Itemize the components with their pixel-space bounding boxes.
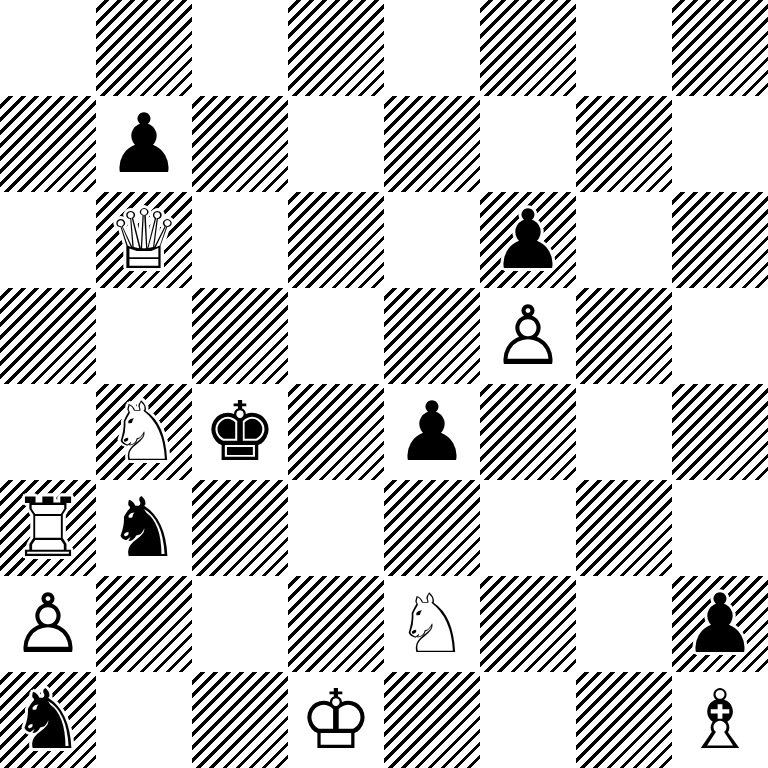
piece-black-knight-a1[interactable]: ♞: [0, 672, 96, 768]
square-d5[interactable]: [288, 288, 384, 384]
chess-board: ♟♛♕♟♟♙♞♘♚♟♜♖♞♟♙♞♘♟♞♚♔♝♗: [0, 0, 768, 768]
piece-white-pawn-f5[interactable]: ♟♙: [480, 288, 576, 384]
square-d7[interactable]: [288, 96, 384, 192]
square-c5[interactable]: [192, 288, 288, 384]
square-g5[interactable]: [576, 288, 672, 384]
square-d6[interactable]: [288, 192, 384, 288]
square-h6[interactable]: [672, 192, 768, 288]
piece-white-king-d1[interactable]: ♚♔: [288, 672, 384, 768]
square-c6[interactable]: [192, 192, 288, 288]
square-b2[interactable]: [96, 576, 192, 672]
white-pawn-icon: ♙: [480, 288, 576, 384]
square-d3[interactable]: [288, 480, 384, 576]
square-h2[interactable]: ♟: [672, 576, 768, 672]
piece-black-pawn-f6[interactable]: ♟: [480, 192, 576, 288]
square-g7[interactable]: [576, 96, 672, 192]
square-g1[interactable]: [576, 672, 672, 768]
black-knight-icon: ♞: [0, 672, 96, 768]
square-b1[interactable]: [96, 672, 192, 768]
square-h4[interactable]: [672, 384, 768, 480]
piece-black-king-c4[interactable]: ♚: [192, 384, 288, 480]
square-f2[interactable]: [480, 576, 576, 672]
black-pawn-icon: ♟: [672, 576, 768, 672]
square-h8[interactable]: [672, 0, 768, 96]
square-e2[interactable]: ♞♘: [384, 576, 480, 672]
square-d1[interactable]: ♚♔: [288, 672, 384, 768]
square-f8[interactable]: [480, 0, 576, 96]
square-a8[interactable]: [0, 0, 96, 96]
piece-black-pawn-h2[interactable]: ♟: [672, 576, 768, 672]
square-b3[interactable]: ♞: [96, 480, 192, 576]
square-a7[interactable]: [0, 96, 96, 192]
square-e8[interactable]: [384, 0, 480, 96]
square-g3[interactable]: [576, 480, 672, 576]
square-c3[interactable]: [192, 480, 288, 576]
black-pawn-icon: ♟: [480, 192, 576, 288]
square-f4[interactable]: [480, 384, 576, 480]
square-b4[interactable]: ♞♘: [96, 384, 192, 480]
piece-white-knight-b4[interactable]: ♞♘: [96, 384, 192, 480]
white-king-icon: ♔: [288, 672, 384, 768]
square-a2[interactable]: ♟♙: [0, 576, 96, 672]
square-g8[interactable]: [576, 0, 672, 96]
square-a5[interactable]: [0, 288, 96, 384]
square-e3[interactable]: [384, 480, 480, 576]
square-b6[interactable]: ♛♕: [96, 192, 192, 288]
square-h5[interactable]: [672, 288, 768, 384]
square-a6[interactable]: [0, 192, 96, 288]
square-b7[interactable]: ♟: [96, 96, 192, 192]
square-e5[interactable]: [384, 288, 480, 384]
piece-white-rook-a3[interactable]: ♜♖: [0, 480, 96, 576]
piece-black-knight-b3[interactable]: ♞: [96, 480, 192, 576]
square-f3[interactable]: [480, 480, 576, 576]
square-a1[interactable]: ♞: [0, 672, 96, 768]
piece-white-pawn-a2[interactable]: ♟♙: [0, 576, 96, 672]
white-knight-icon: ♘: [96, 384, 192, 480]
square-g6[interactable]: [576, 192, 672, 288]
square-e4[interactable]: ♟: [384, 384, 480, 480]
square-c7[interactable]: [192, 96, 288, 192]
square-a3[interactable]: ♜♖: [0, 480, 96, 576]
white-bishop-icon: ♗: [672, 672, 768, 768]
square-f7[interactable]: [480, 96, 576, 192]
square-h1[interactable]: ♝♗: [672, 672, 768, 768]
square-c1[interactable]: [192, 672, 288, 768]
square-d2[interactable]: [288, 576, 384, 672]
black-knight-icon: ♞: [96, 480, 192, 576]
piece-white-queen-b6[interactable]: ♛♕: [96, 192, 192, 288]
square-c8[interactable]: [192, 0, 288, 96]
square-e6[interactable]: [384, 192, 480, 288]
square-d8[interactable]: [288, 0, 384, 96]
square-b5[interactable]: [96, 288, 192, 384]
white-knight-icon: ♘: [384, 576, 480, 672]
white-queen-icon: ♕: [96, 192, 192, 288]
square-f5[interactable]: ♟♙: [480, 288, 576, 384]
piece-white-bishop-h1[interactable]: ♝♗: [672, 672, 768, 768]
piece-white-knight-e2[interactable]: ♞♘: [384, 576, 480, 672]
black-pawn-icon: ♟: [96, 96, 192, 192]
square-f6[interactable]: ♟: [480, 192, 576, 288]
square-b8[interactable]: [96, 0, 192, 96]
square-d4[interactable]: [288, 384, 384, 480]
square-g4[interactable]: [576, 384, 672, 480]
square-c4[interactable]: ♚: [192, 384, 288, 480]
white-pawn-icon: ♙: [0, 576, 96, 672]
square-e1[interactable]: [384, 672, 480, 768]
square-e7[interactable]: [384, 96, 480, 192]
piece-black-pawn-e4[interactable]: ♟: [384, 384, 480, 480]
white-rook-icon: ♖: [0, 480, 96, 576]
black-pawn-icon: ♟: [384, 384, 480, 480]
square-h7[interactable]: [672, 96, 768, 192]
black-king-icon: ♚: [192, 384, 288, 480]
piece-black-pawn-b7[interactable]: ♟: [96, 96, 192, 192]
square-h3[interactable]: [672, 480, 768, 576]
square-f1[interactable]: [480, 672, 576, 768]
square-c2[interactable]: [192, 576, 288, 672]
square-a4[interactable]: [0, 384, 96, 480]
square-g2[interactable]: [576, 576, 672, 672]
